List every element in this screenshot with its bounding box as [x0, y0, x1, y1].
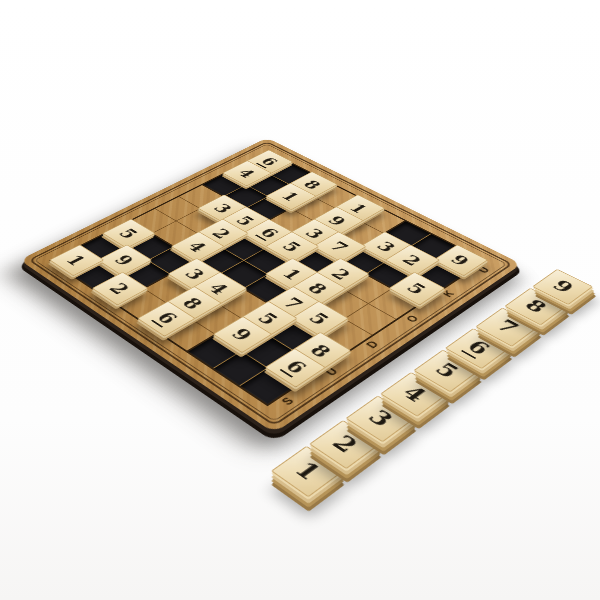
tile-number: 6 — [151, 309, 182, 327]
tile-number: 5 — [116, 226, 142, 240]
tile-number: 3 — [364, 407, 397, 430]
tile-number: 1 — [63, 253, 90, 268]
tile-number: 4 — [398, 383, 430, 405]
tile-number: 5 — [306, 310, 334, 327]
photo-background: 68194193237535652218475534589896126 UKOD… — [0, 0, 600, 600]
tile-number: 7 — [492, 317, 522, 336]
tile-number: 8 — [307, 342, 336, 360]
tile-number: 2 — [106, 280, 134, 296]
tile-number: 4 — [235, 167, 259, 179]
tile-number: 5 — [404, 280, 431, 296]
tile-number: 1 — [290, 459, 325, 484]
tile-number: 2 — [328, 432, 362, 456]
tile-number: 8 — [304, 280, 331, 296]
tile-number: 5 — [279, 239, 305, 254]
tile-number: 9 — [111, 253, 138, 268]
tile-number: 7 — [327, 239, 353, 254]
tile-number: 5 — [254, 310, 282, 327]
tile-number: 4 — [205, 280, 232, 296]
scene: 68194193237535652218475534589896126 UKOD… — [20, 138, 522, 433]
tile-number: 5 — [431, 360, 463, 381]
tile-number: 6 — [461, 338, 494, 359]
tile-number: 9 — [548, 278, 577, 295]
tile-number: 8 — [521, 297, 550, 315]
tile-number: 2 — [209, 226, 235, 240]
tile-number: 4 — [185, 239, 211, 254]
tile-number: 1 — [279, 190, 303, 203]
